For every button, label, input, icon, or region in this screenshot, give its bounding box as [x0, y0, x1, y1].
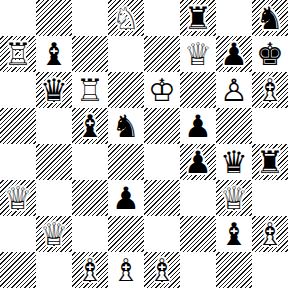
square-e7[interactable] [144, 36, 180, 72]
white-bishop: ♗ [148, 252, 176, 288]
black-pawn: ♟ [184, 108, 212, 144]
black-rook: ♜ [184, 0, 212, 36]
square-g7[interactable]: ♟ [216, 36, 252, 72]
square-e3[interactable] [144, 180, 180, 216]
square-g4[interactable]: ♛ [216, 144, 252, 180]
square-a5[interactable] [0, 108, 36, 144]
square-d2[interactable] [108, 216, 144, 252]
black-bishop: ♝ [40, 36, 68, 72]
white-knight: ♘ [112, 0, 140, 36]
square-b7[interactable]: ♝ [36, 36, 72, 72]
white-bishop: ♗ [256, 72, 284, 108]
square-b5[interactable] [36, 108, 72, 144]
square-f5[interactable]: ♟ [180, 108, 216, 144]
square-c7[interactable] [72, 36, 108, 72]
square-h6[interactable]: ♗ [252, 72, 288, 108]
square-h2[interactable]: ♗ [252, 216, 288, 252]
square-f8[interactable]: ♜ [180, 0, 216, 36]
square-d3[interactable]: ♟ [108, 180, 144, 216]
square-h7[interactable]: ♚ [252, 36, 288, 72]
square-h4[interactable]: ♜ [252, 144, 288, 180]
white-king: ♔ [148, 72, 176, 108]
black-knight: ♞ [256, 0, 284, 36]
square-d5[interactable]: ♞ [108, 108, 144, 144]
white-queen: ♕ [40, 216, 68, 252]
square-f2[interactable] [180, 216, 216, 252]
square-e1[interactable]: ♗ [144, 252, 180, 288]
black-bishop: ♝ [76, 108, 104, 144]
square-c3[interactable] [72, 180, 108, 216]
square-c8[interactable] [72, 0, 108, 36]
black-queen: ♛ [220, 144, 248, 180]
square-b4[interactable] [36, 144, 72, 180]
square-a1[interactable] [0, 252, 36, 288]
square-e6[interactable]: ♔ [144, 72, 180, 108]
square-b2[interactable]: ♕ [36, 216, 72, 252]
white-bishop: ♗ [76, 252, 104, 288]
square-b6[interactable]: ♛ [36, 72, 72, 108]
square-e4[interactable] [144, 144, 180, 180]
square-h1[interactable] [252, 252, 288, 288]
square-c5[interactable]: ♝ [72, 108, 108, 144]
square-a6[interactable] [0, 72, 36, 108]
square-d6[interactable] [108, 72, 144, 108]
black-pawn: ♟ [220, 36, 248, 72]
white-queen: ♕ [4, 180, 32, 216]
black-pawn: ♟ [112, 180, 140, 216]
square-b3[interactable] [36, 180, 72, 216]
square-b1[interactable] [36, 252, 72, 288]
square-f3[interactable] [180, 180, 216, 216]
square-c6[interactable]: ♖ [72, 72, 108, 108]
square-a7[interactable]: ♖ [0, 36, 36, 72]
white-bishop: ♗ [256, 216, 284, 252]
square-d1[interactable]: ♗ [108, 252, 144, 288]
white-rook: ♖ [4, 36, 32, 72]
square-d4[interactable] [108, 144, 144, 180]
white-rook: ♖ [76, 72, 104, 108]
square-a8[interactable] [0, 0, 36, 36]
square-g8[interactable] [216, 0, 252, 36]
black-queen: ♛ [40, 72, 68, 108]
square-e5[interactable] [144, 108, 180, 144]
white-pawn: ♙ [220, 72, 248, 108]
square-f4[interactable]: ♟ [180, 144, 216, 180]
chess-board: ♘♜♞♖♝♕♟♚♛♖♔♙♗♝♞♟♟♛♜♕♟♕♕♝♗♗♗♗ [0, 0, 288, 288]
square-f6[interactable] [180, 72, 216, 108]
white-bishop: ♗ [112, 252, 140, 288]
square-a2[interactable] [0, 216, 36, 252]
white-queen: ♕ [184, 36, 212, 72]
square-a4[interactable] [0, 144, 36, 180]
black-pawn: ♟ [184, 144, 212, 180]
square-d7[interactable] [108, 36, 144, 72]
square-g5[interactable] [216, 108, 252, 144]
square-c2[interactable] [72, 216, 108, 252]
black-king: ♚ [256, 36, 284, 72]
square-a3[interactable]: ♕ [0, 180, 36, 216]
white-queen: ♕ [220, 180, 248, 216]
square-g1[interactable] [216, 252, 252, 288]
square-c1[interactable]: ♗ [72, 252, 108, 288]
square-g2[interactable]: ♝ [216, 216, 252, 252]
square-e2[interactable] [144, 216, 180, 252]
square-d8[interactable]: ♘ [108, 0, 144, 36]
square-h8[interactable]: ♞ [252, 0, 288, 36]
black-rook: ♜ [256, 144, 284, 180]
square-g3[interactable]: ♕ [216, 180, 252, 216]
square-h3[interactable] [252, 180, 288, 216]
black-knight: ♞ [112, 108, 140, 144]
square-e8[interactable] [144, 0, 180, 36]
square-f1[interactable] [180, 252, 216, 288]
square-c4[interactable] [72, 144, 108, 180]
square-f7[interactable]: ♕ [180, 36, 216, 72]
square-b8[interactable] [36, 0, 72, 36]
black-bishop: ♝ [220, 216, 248, 252]
square-h5[interactable] [252, 108, 288, 144]
square-g6[interactable]: ♙ [216, 72, 252, 108]
